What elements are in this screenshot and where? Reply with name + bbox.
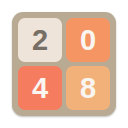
tile-4: 4 [18,66,62,110]
tile-2: 2 [18,18,62,62]
2048-app-icon: 2 0 4 8 [0,0,128,128]
tile-0: 0 [66,18,110,62]
tile-8: 8 [66,66,110,110]
2048-board[interactable]: 2 0 4 8 [12,12,116,116]
